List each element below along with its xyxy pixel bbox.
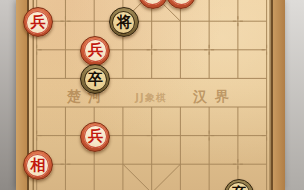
piece-character: 相 — [26, 154, 49, 177]
piece-black-soldier-1[interactable]: 卒 — [80, 64, 110, 94]
piece-character: 卒 — [227, 182, 250, 190]
piece-character: 兵 — [84, 39, 107, 62]
piece-character: 兵 — [141, 0, 164, 5]
game-screen: 楚河 JJ象棋 汉界 兵兵将兵兵卒兵相卒 — [0, 0, 304, 190]
piece-red-soldier-3[interactable]: 兵 — [23, 7, 53, 37]
piece-character: 兵 — [26, 11, 49, 34]
piece-red-elephant[interactable]: 相 — [23, 150, 53, 180]
piece-red-soldier-4[interactable]: 兵 — [80, 36, 110, 66]
piece-character: 兵 — [84, 125, 107, 148]
piece-red-soldier-2[interactable]: 兵 — [166, 0, 196, 9]
piece-character: 兵 — [170, 0, 193, 5]
piece-character: 将 — [112, 11, 135, 34]
piece-red-soldier-5[interactable]: 兵 — [80, 122, 110, 152]
piece-character: 卒 — [84, 68, 107, 91]
pieces-layer: 兵兵将兵兵卒兵相卒 — [0, 0, 304, 190]
piece-red-soldier-1[interactable]: 兵 — [138, 0, 168, 9]
piece-black-general[interactable]: 将 — [109, 7, 139, 37]
piece-black-soldier-2[interactable]: 卒 — [224, 179, 254, 190]
